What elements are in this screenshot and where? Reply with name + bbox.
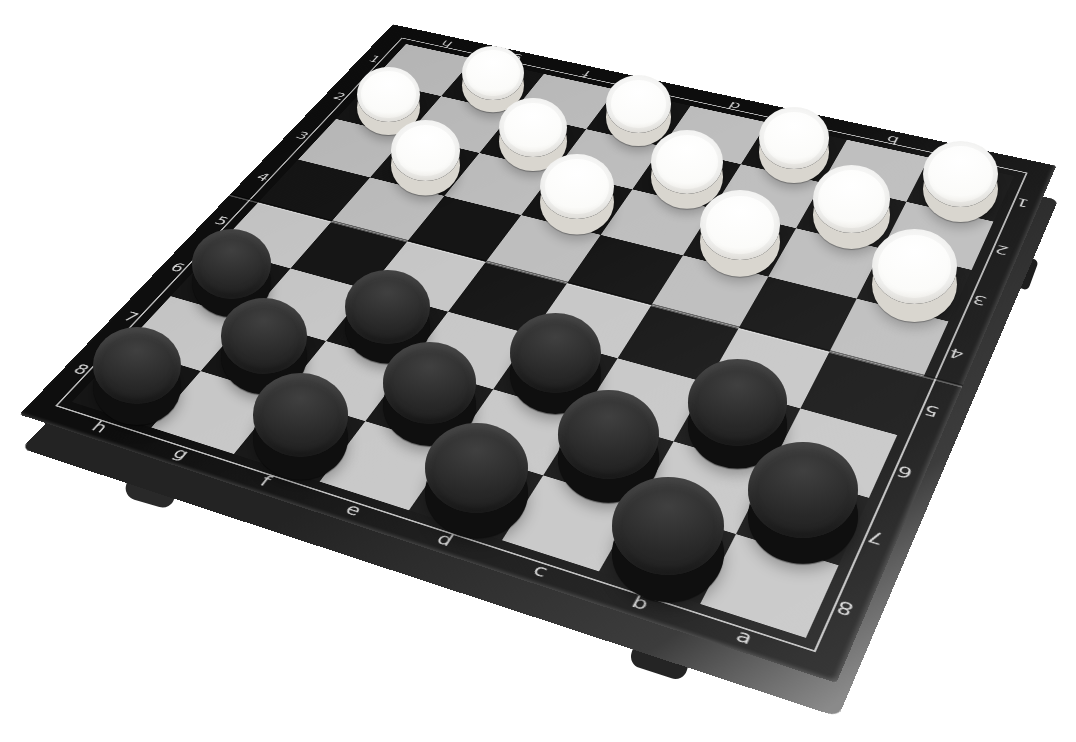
white-checker-b2[interactable] <box>813 165 890 233</box>
file-label-bottom-d: d <box>433 529 458 550</box>
black-checker-d8[interactable] <box>425 423 528 514</box>
white-checker-a1[interactable] <box>923 141 998 207</box>
rank-label-right-6: 6 <box>894 462 916 482</box>
rank-label-right-3: 3 <box>970 292 989 308</box>
rank-label-left-3: 3 <box>293 129 313 142</box>
black-checker-f8[interactable] <box>253 373 348 457</box>
rank-label-left-2: 2 <box>330 90 349 102</box>
black-checker-g7[interactable] <box>221 298 308 374</box>
rank-label-left-5: 5 <box>211 214 232 228</box>
black-checker-b6[interactable] <box>688 359 787 446</box>
black-checker-d6[interactable] <box>510 313 601 394</box>
rank-label-left-1: 1 <box>366 53 384 64</box>
file-label-bottom-e: e <box>342 499 366 519</box>
white-checker-g3[interactable] <box>391 120 460 181</box>
white-checker-a3[interactable] <box>872 229 957 304</box>
file-label-bottom-g: g <box>169 444 194 463</box>
rank-label-right-5: 5 <box>921 401 942 420</box>
rank-label-right-8: 8 <box>833 596 857 619</box>
black-checker-c7[interactable] <box>558 390 659 479</box>
white-checker-d2[interactable] <box>651 130 723 193</box>
file-label-top-h: h <box>438 38 456 49</box>
rank-label-left-8: 8 <box>70 361 94 378</box>
black-checker-h8[interactable] <box>93 327 181 405</box>
white-checker-f2[interactable] <box>499 98 566 157</box>
rank-label-left-6: 6 <box>167 260 189 275</box>
white-checker-c3[interactable] <box>700 190 779 260</box>
file-label-top-b: b <box>884 133 902 146</box>
rank-label-left-7: 7 <box>120 309 143 325</box>
file-label-top-f: f <box>579 68 592 79</box>
rank-label-right-2: 2 <box>992 242 1010 257</box>
black-checker-f6[interactable] <box>345 270 430 345</box>
file-label-bottom-b: b <box>629 591 654 614</box>
rank-label-right-7: 7 <box>865 527 888 548</box>
product-photo-stage: hh11gg22ff33ee44dd55cc66bb77aa88 <box>0 0 1076 742</box>
rank-label-right-4: 4 <box>946 345 966 362</box>
file-label-bottom-c: c <box>530 559 553 580</box>
file-label-bottom-a: a <box>733 625 757 649</box>
white-checker-e3[interactable] <box>540 154 614 219</box>
black-checker-b8[interactable] <box>612 477 724 576</box>
file-label-top-d: d <box>725 100 743 112</box>
black-checker-h6[interactable] <box>192 229 271 299</box>
white-checker-g1[interactable] <box>462 46 524 100</box>
file-label-bottom-f: f <box>256 472 275 490</box>
black-checker-a7[interactable] <box>748 442 858 538</box>
white-checker-e1[interactable] <box>606 75 672 133</box>
white-checker-c1[interactable] <box>759 107 829 169</box>
rank-label-right-1: 1 <box>1013 195 1031 209</box>
rank-label-left-4: 4 <box>253 170 273 183</box>
file-label-bottom-h: h <box>88 418 113 436</box>
